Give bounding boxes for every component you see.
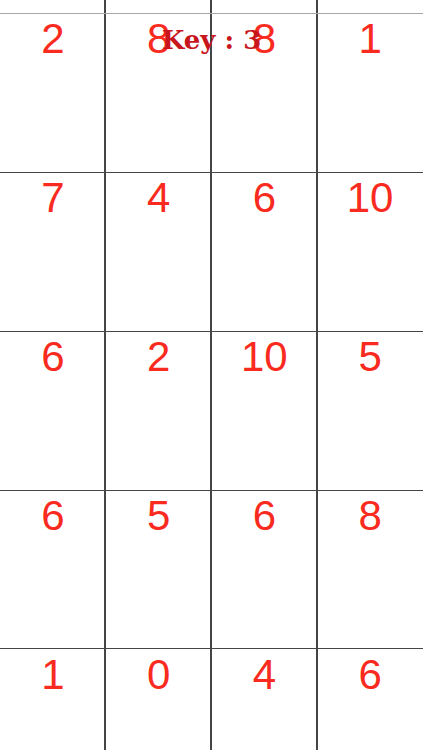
grid-cell[interactable]: 7 bbox=[0, 172, 106, 331]
grid-cell[interactable]: 1 bbox=[0, 649, 106, 750]
grid-cell[interactable]: 1 bbox=[317, 13, 423, 172]
grid-cell[interactable]: 2 bbox=[106, 331, 212, 490]
grid-cell[interactable]: 6 bbox=[317, 649, 423, 750]
grid-cell[interactable]: 8 bbox=[317, 490, 423, 649]
grid-cell[interactable]: 4 bbox=[212, 649, 318, 750]
grid-cell[interactable]: 10 bbox=[317, 172, 423, 331]
grid-cell[interactable]: 6 bbox=[212, 490, 318, 649]
grid-cell[interactable]: 6 bbox=[212, 172, 318, 331]
puzzle-screen: 2881746106210565681046 Key : 3 bbox=[0, 0, 423, 750]
grid-cell[interactable]: 4 bbox=[106, 172, 212, 331]
number-grid: 2881746106210565681046 bbox=[0, 13, 423, 750]
grid-cell[interactable]: 6 bbox=[0, 331, 106, 490]
grid-cell[interactable]: 8 bbox=[106, 13, 212, 172]
grid-cell[interactable]: 5 bbox=[317, 331, 423, 490]
grid-cell[interactable]: 8 bbox=[212, 13, 318, 172]
grid-cell[interactable]: 2 bbox=[0, 13, 106, 172]
grid-cell[interactable]: 10 bbox=[212, 331, 318, 490]
grid-cell[interactable]: 5 bbox=[106, 490, 212, 649]
grid-cell[interactable]: 0 bbox=[106, 649, 212, 750]
grid-cell[interactable]: 6 bbox=[0, 490, 106, 649]
